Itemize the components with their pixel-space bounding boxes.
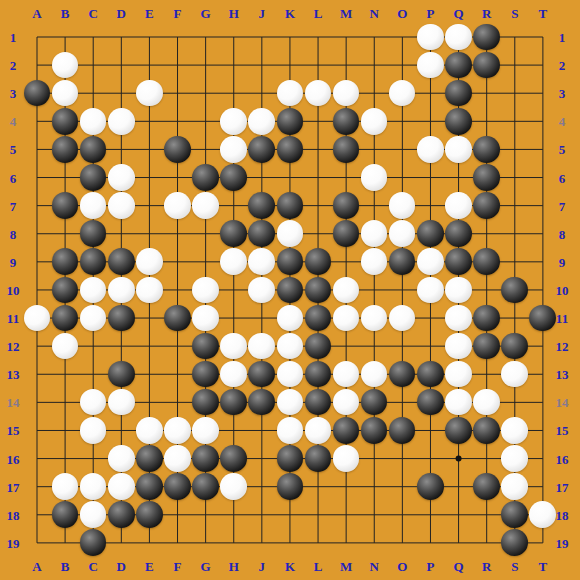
board-point-r14[interactable] — [472, 388, 500, 416]
board-point-k15[interactable] — [276, 416, 304, 444]
board-point-q5[interactable] — [444, 135, 472, 163]
board-point-e4[interactable] — [135, 107, 163, 135]
board-point-s2[interactable] — [501, 51, 529, 79]
board-point-q4[interactable] — [444, 107, 472, 135]
board-point-h8[interactable] — [220, 220, 248, 248]
board-point-e19[interactable] — [135, 529, 163, 557]
board-point-p9[interactable] — [416, 248, 444, 276]
board-point-n6[interactable] — [360, 163, 388, 191]
board-point-t17[interactable] — [529, 472, 557, 500]
board-point-d7[interactable] — [107, 192, 135, 220]
board-point-l10[interactable] — [304, 276, 332, 304]
board-point-a14[interactable] — [23, 388, 51, 416]
board-point-c17[interactable] — [79, 472, 107, 500]
board-point-n7[interactable] — [360, 192, 388, 220]
board-point-q16[interactable] — [444, 444, 472, 472]
board-point-h6[interactable] — [220, 163, 248, 191]
board-point-b10[interactable] — [51, 276, 79, 304]
board-point-q2[interactable] — [444, 51, 472, 79]
board-point-o17[interactable] — [388, 472, 416, 500]
board-point-t9[interactable] — [529, 248, 557, 276]
board-point-b17[interactable] — [51, 472, 79, 500]
board-point-a4[interactable] — [23, 107, 51, 135]
board-point-l6[interactable] — [304, 163, 332, 191]
board-point-t12[interactable] — [529, 332, 557, 360]
board-point-j11[interactable] — [248, 304, 276, 332]
board-point-a11[interactable] — [23, 304, 51, 332]
board-point-o15[interactable] — [388, 416, 416, 444]
board-point-d5[interactable] — [107, 135, 135, 163]
board-point-g13[interactable] — [192, 360, 220, 388]
board-point-f14[interactable] — [163, 388, 191, 416]
board-point-d4[interactable] — [107, 107, 135, 135]
board-point-d6[interactable] — [107, 163, 135, 191]
board-point-q7[interactable] — [444, 192, 472, 220]
board-point-m3[interactable] — [332, 79, 360, 107]
board-point-t3[interactable] — [529, 79, 557, 107]
board-point-k5[interactable] — [276, 135, 304, 163]
board-point-h3[interactable] — [220, 79, 248, 107]
board-point-c16[interactable] — [79, 444, 107, 472]
board-point-e18[interactable] — [135, 501, 163, 529]
board-point-k16[interactable] — [276, 444, 304, 472]
board-point-c5[interactable] — [79, 135, 107, 163]
board-point-r6[interactable] — [472, 163, 500, 191]
board-point-b6[interactable] — [51, 163, 79, 191]
board-point-b16[interactable] — [51, 444, 79, 472]
board-point-r2[interactable] — [472, 51, 500, 79]
board-point-q8[interactable] — [444, 220, 472, 248]
board-point-c11[interactable] — [79, 304, 107, 332]
board-point-r9[interactable] — [472, 248, 500, 276]
board-point-p15[interactable] — [416, 416, 444, 444]
board-point-s15[interactable] — [501, 416, 529, 444]
board-point-g15[interactable] — [192, 416, 220, 444]
board-point-e9[interactable] — [135, 248, 163, 276]
board-point-n8[interactable] — [360, 220, 388, 248]
board-point-k11[interactable] — [276, 304, 304, 332]
board-point-g11[interactable] — [192, 304, 220, 332]
board-point-g16[interactable] — [192, 444, 220, 472]
board-point-e1[interactable] — [135, 23, 163, 51]
board-point-s13[interactable] — [501, 360, 529, 388]
board-point-m12[interactable] — [332, 332, 360, 360]
board-point-e3[interactable] — [135, 79, 163, 107]
board-point-q17[interactable] — [444, 472, 472, 500]
board-point-g14[interactable] — [192, 388, 220, 416]
go-board[interactable] — [23, 23, 557, 557]
board-point-k2[interactable] — [276, 51, 304, 79]
board-point-t2[interactable] — [529, 51, 557, 79]
board-point-j4[interactable] — [248, 107, 276, 135]
board-point-h13[interactable] — [220, 360, 248, 388]
board-point-m19[interactable] — [332, 529, 360, 557]
board-point-f17[interactable] — [163, 472, 191, 500]
board-point-t14[interactable] — [529, 388, 557, 416]
board-point-m5[interactable] — [332, 135, 360, 163]
board-point-k6[interactable] — [276, 163, 304, 191]
board-point-g8[interactable] — [192, 220, 220, 248]
board-point-t4[interactable] — [529, 107, 557, 135]
board-point-a17[interactable] — [23, 472, 51, 500]
board-point-o18[interactable] — [388, 501, 416, 529]
board-point-p18[interactable] — [416, 501, 444, 529]
board-point-m2[interactable] — [332, 51, 360, 79]
board-point-s10[interactable] — [501, 276, 529, 304]
board-point-s7[interactable] — [501, 192, 529, 220]
board-point-o14[interactable] — [388, 388, 416, 416]
board-point-r4[interactable] — [472, 107, 500, 135]
board-point-k1[interactable] — [276, 23, 304, 51]
board-point-p7[interactable] — [416, 192, 444, 220]
board-point-p1[interactable] — [416, 23, 444, 51]
board-point-b13[interactable] — [51, 360, 79, 388]
board-point-m1[interactable] — [332, 23, 360, 51]
board-point-m6[interactable] — [332, 163, 360, 191]
board-point-c4[interactable] — [79, 107, 107, 135]
board-point-t8[interactable] — [529, 220, 557, 248]
board-point-p11[interactable] — [416, 304, 444, 332]
board-point-h16[interactable] — [220, 444, 248, 472]
board-point-f18[interactable] — [163, 501, 191, 529]
board-point-a16[interactable] — [23, 444, 51, 472]
board-point-k4[interactable] — [276, 107, 304, 135]
board-point-k7[interactable] — [276, 192, 304, 220]
board-point-k17[interactable] — [276, 472, 304, 500]
board-point-s9[interactable] — [501, 248, 529, 276]
board-point-l8[interactable] — [304, 220, 332, 248]
board-point-o2[interactable] — [388, 51, 416, 79]
board-point-c13[interactable] — [79, 360, 107, 388]
board-point-k9[interactable] — [276, 248, 304, 276]
board-point-h10[interactable] — [220, 276, 248, 304]
board-point-c2[interactable] — [79, 51, 107, 79]
board-point-e17[interactable] — [135, 472, 163, 500]
board-point-s18[interactable] — [501, 501, 529, 529]
board-point-o9[interactable] — [388, 248, 416, 276]
board-point-o16[interactable] — [388, 444, 416, 472]
board-point-g6[interactable] — [192, 163, 220, 191]
board-point-g10[interactable] — [192, 276, 220, 304]
board-point-m8[interactable] — [332, 220, 360, 248]
board-point-k3[interactable] — [276, 79, 304, 107]
board-point-h17[interactable] — [220, 472, 248, 500]
board-point-n10[interactable] — [360, 276, 388, 304]
board-point-d14[interactable] — [107, 388, 135, 416]
board-point-o12[interactable] — [388, 332, 416, 360]
board-point-g3[interactable] — [192, 79, 220, 107]
board-point-n2[interactable] — [360, 51, 388, 79]
board-point-t11[interactable] — [529, 304, 557, 332]
board-point-o10[interactable] — [388, 276, 416, 304]
board-point-f6[interactable] — [163, 163, 191, 191]
board-point-g17[interactable] — [192, 472, 220, 500]
board-point-n12[interactable] — [360, 332, 388, 360]
board-point-n3[interactable] — [360, 79, 388, 107]
board-point-j16[interactable] — [248, 444, 276, 472]
board-point-m4[interactable] — [332, 107, 360, 135]
board-point-p10[interactable] — [416, 276, 444, 304]
board-point-c3[interactable] — [79, 79, 107, 107]
board-point-h12[interactable] — [220, 332, 248, 360]
board-point-f7[interactable] — [163, 192, 191, 220]
board-point-j19[interactable] — [248, 529, 276, 557]
board-point-r15[interactable] — [472, 416, 500, 444]
board-point-h15[interactable] — [220, 416, 248, 444]
board-point-t10[interactable] — [529, 276, 557, 304]
board-point-j15[interactable] — [248, 416, 276, 444]
board-point-r7[interactable] — [472, 192, 500, 220]
board-point-b9[interactable] — [51, 248, 79, 276]
board-point-q11[interactable] — [444, 304, 472, 332]
board-point-d12[interactable] — [107, 332, 135, 360]
board-point-n11[interactable] — [360, 304, 388, 332]
board-point-n5[interactable] — [360, 135, 388, 163]
board-point-g12[interactable] — [192, 332, 220, 360]
board-point-a7[interactable] — [23, 192, 51, 220]
board-point-a13[interactable] — [23, 360, 51, 388]
board-point-e5[interactable] — [135, 135, 163, 163]
board-point-m18[interactable] — [332, 501, 360, 529]
board-point-l9[interactable] — [304, 248, 332, 276]
board-point-n18[interactable] — [360, 501, 388, 529]
board-point-s4[interactable] — [501, 107, 529, 135]
board-point-g1[interactable] — [192, 23, 220, 51]
board-point-l14[interactable] — [304, 388, 332, 416]
board-point-s16[interactable] — [501, 444, 529, 472]
board-point-o19[interactable] — [388, 529, 416, 557]
board-point-k12[interactable] — [276, 332, 304, 360]
board-point-j2[interactable] — [248, 51, 276, 79]
board-point-o11[interactable] — [388, 304, 416, 332]
board-point-e14[interactable] — [135, 388, 163, 416]
board-point-o13[interactable] — [388, 360, 416, 388]
board-point-n4[interactable] — [360, 107, 388, 135]
board-point-o6[interactable] — [388, 163, 416, 191]
board-point-s8[interactable] — [501, 220, 529, 248]
board-point-l18[interactable] — [304, 501, 332, 529]
board-point-o7[interactable] — [388, 192, 416, 220]
board-point-a10[interactable] — [23, 276, 51, 304]
board-point-s3[interactable] — [501, 79, 529, 107]
board-point-m17[interactable] — [332, 472, 360, 500]
board-point-b3[interactable] — [51, 79, 79, 107]
board-point-l1[interactable] — [304, 23, 332, 51]
board-point-d3[interactable] — [107, 79, 135, 107]
board-point-m14[interactable] — [332, 388, 360, 416]
board-point-k8[interactable] — [276, 220, 304, 248]
board-point-d8[interactable] — [107, 220, 135, 248]
board-point-t6[interactable] — [529, 163, 557, 191]
board-point-e11[interactable] — [135, 304, 163, 332]
board-point-l4[interactable] — [304, 107, 332, 135]
board-point-b4[interactable] — [51, 107, 79, 135]
board-point-h4[interactable] — [220, 107, 248, 135]
board-point-m13[interactable] — [332, 360, 360, 388]
board-point-p3[interactable] — [416, 79, 444, 107]
board-point-a19[interactable] — [23, 529, 51, 557]
board-point-r11[interactable] — [472, 304, 500, 332]
board-point-j6[interactable] — [248, 163, 276, 191]
board-point-m10[interactable] — [332, 276, 360, 304]
board-point-b5[interactable] — [51, 135, 79, 163]
board-point-n15[interactable] — [360, 416, 388, 444]
board-point-a6[interactable] — [23, 163, 51, 191]
board-point-m15[interactable] — [332, 416, 360, 444]
board-point-q3[interactable] — [444, 79, 472, 107]
board-point-b19[interactable] — [51, 529, 79, 557]
board-point-m7[interactable] — [332, 192, 360, 220]
board-point-a12[interactable] — [23, 332, 51, 360]
board-point-p13[interactable] — [416, 360, 444, 388]
board-point-m9[interactable] — [332, 248, 360, 276]
board-point-c14[interactable] — [79, 388, 107, 416]
board-point-p17[interactable] — [416, 472, 444, 500]
board-point-l2[interactable] — [304, 51, 332, 79]
board-point-p19[interactable] — [416, 529, 444, 557]
board-point-s6[interactable] — [501, 163, 529, 191]
board-point-a18[interactable] — [23, 501, 51, 529]
board-point-s5[interactable] — [501, 135, 529, 163]
board-point-d16[interactable] — [107, 444, 135, 472]
board-point-e16[interactable] — [135, 444, 163, 472]
board-point-a3[interactable] — [23, 79, 51, 107]
board-point-d15[interactable] — [107, 416, 135, 444]
board-point-q1[interactable] — [444, 23, 472, 51]
board-point-f15[interactable] — [163, 416, 191, 444]
board-point-o3[interactable] — [388, 79, 416, 107]
board-point-l15[interactable] — [304, 416, 332, 444]
board-point-r5[interactable] — [472, 135, 500, 163]
board-point-k10[interactable] — [276, 276, 304, 304]
board-point-n19[interactable] — [360, 529, 388, 557]
board-point-n14[interactable] — [360, 388, 388, 416]
board-point-m11[interactable] — [332, 304, 360, 332]
board-point-r3[interactable] — [472, 79, 500, 107]
board-point-b7[interactable] — [51, 192, 79, 220]
board-point-c10[interactable] — [79, 276, 107, 304]
board-point-l7[interactable] — [304, 192, 332, 220]
board-point-q18[interactable] — [444, 501, 472, 529]
board-point-e2[interactable] — [135, 51, 163, 79]
board-point-a8[interactable] — [23, 220, 51, 248]
board-point-j5[interactable] — [248, 135, 276, 163]
board-point-t5[interactable] — [529, 135, 557, 163]
board-point-s17[interactable] — [501, 472, 529, 500]
board-point-c15[interactable] — [79, 416, 107, 444]
board-point-p6[interactable] — [416, 163, 444, 191]
board-point-e7[interactable] — [135, 192, 163, 220]
board-point-k19[interactable] — [276, 529, 304, 557]
board-point-r13[interactable] — [472, 360, 500, 388]
board-point-q12[interactable] — [444, 332, 472, 360]
board-point-e10[interactable] — [135, 276, 163, 304]
board-point-c8[interactable] — [79, 220, 107, 248]
board-point-f8[interactable] — [163, 220, 191, 248]
board-point-o8[interactable] — [388, 220, 416, 248]
board-point-o4[interactable] — [388, 107, 416, 135]
board-point-s1[interactable] — [501, 23, 529, 51]
board-point-b2[interactable] — [51, 51, 79, 79]
board-point-e12[interactable] — [135, 332, 163, 360]
board-point-h19[interactable] — [220, 529, 248, 557]
board-point-t15[interactable] — [529, 416, 557, 444]
board-point-t13[interactable] — [529, 360, 557, 388]
board-point-a9[interactable] — [23, 248, 51, 276]
board-point-l17[interactable] — [304, 472, 332, 500]
board-point-q15[interactable] — [444, 416, 472, 444]
board-point-a5[interactable] — [23, 135, 51, 163]
board-point-f13[interactable] — [163, 360, 191, 388]
board-point-m16[interactable] — [332, 444, 360, 472]
board-point-n9[interactable] — [360, 248, 388, 276]
board-point-r19[interactable] — [472, 529, 500, 557]
board-point-b18[interactable] — [51, 501, 79, 529]
board-point-d11[interactable] — [107, 304, 135, 332]
board-point-r12[interactable] — [472, 332, 500, 360]
board-point-j3[interactable] — [248, 79, 276, 107]
board-point-s14[interactable] — [501, 388, 529, 416]
board-point-d10[interactable] — [107, 276, 135, 304]
board-point-t18[interactable] — [529, 501, 557, 529]
board-point-t1[interactable] — [529, 23, 557, 51]
board-point-l5[interactable] — [304, 135, 332, 163]
board-point-e8[interactable] — [135, 220, 163, 248]
board-point-f11[interactable] — [163, 304, 191, 332]
board-point-p4[interactable] — [416, 107, 444, 135]
board-point-r17[interactable] — [472, 472, 500, 500]
board-point-l11[interactable] — [304, 304, 332, 332]
board-point-o5[interactable] — [388, 135, 416, 163]
board-point-b8[interactable] — [51, 220, 79, 248]
board-point-f4[interactable] — [163, 107, 191, 135]
board-point-r1[interactable] — [472, 23, 500, 51]
board-point-l12[interactable] — [304, 332, 332, 360]
board-point-b1[interactable] — [51, 23, 79, 51]
board-point-r18[interactable] — [472, 501, 500, 529]
board-point-a2[interactable] — [23, 51, 51, 79]
board-point-c7[interactable] — [79, 192, 107, 220]
board-point-f16[interactable] — [163, 444, 191, 472]
board-point-h14[interactable] — [220, 388, 248, 416]
board-point-d18[interactable] — [107, 501, 135, 529]
board-point-g19[interactable] — [192, 529, 220, 557]
board-point-j1[interactable] — [248, 23, 276, 51]
board-point-c12[interactable] — [79, 332, 107, 360]
board-point-c18[interactable] — [79, 501, 107, 529]
board-point-j18[interactable] — [248, 501, 276, 529]
board-point-g9[interactable] — [192, 248, 220, 276]
board-point-f5[interactable] — [163, 135, 191, 163]
board-point-p2[interactable] — [416, 51, 444, 79]
board-point-g2[interactable] — [192, 51, 220, 79]
board-point-p16[interactable] — [416, 444, 444, 472]
board-point-d17[interactable] — [107, 472, 135, 500]
board-point-h11[interactable] — [220, 304, 248, 332]
board-point-h9[interactable] — [220, 248, 248, 276]
board-point-f1[interactable] — [163, 23, 191, 51]
board-point-d2[interactable] — [107, 51, 135, 79]
board-point-q13[interactable] — [444, 360, 472, 388]
board-point-h5[interactable] — [220, 135, 248, 163]
board-point-l13[interactable] — [304, 360, 332, 388]
board-point-r16[interactable] — [472, 444, 500, 472]
board-point-r8[interactable] — [472, 220, 500, 248]
board-point-j9[interactable] — [248, 248, 276, 276]
board-point-c6[interactable] — [79, 163, 107, 191]
board-point-d9[interactable] — [107, 248, 135, 276]
board-point-j12[interactable] — [248, 332, 276, 360]
